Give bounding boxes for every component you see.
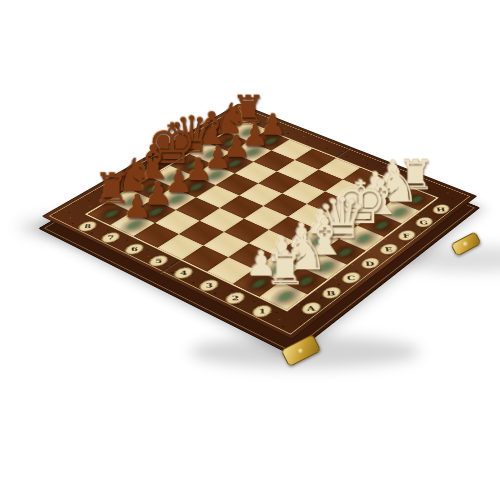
square-e4[interactable]	[263, 193, 306, 216]
square-a1[interactable]: ♜	[260, 282, 308, 310]
board-frame: ♜♞♝♚♛♝♞♜♟♟♟♟♟♟♟♟♟♟♟♟♟♟♟♟♜♞♝♛♚♝♞♜ ABCDEFG…	[42, 103, 478, 339]
piece-white-rook[interactable]: ♜	[265, 249, 306, 291]
file-label-g: G	[412, 216, 436, 230]
file-label-h: H	[429, 203, 453, 216]
file-label-e: E	[376, 242, 401, 257]
rank-label-6: 6	[121, 242, 147, 257]
file-label-f: F	[394, 229, 418, 243]
rank-label-1: 1	[249, 303, 276, 320]
file-label-b: B	[318, 285, 344, 301]
file-label-d: D	[357, 256, 382, 271]
rank-label-4: 4	[170, 265, 196, 280]
file-label-a: A	[298, 300, 325, 317]
piece-black-pawn[interactable]: ♟	[122, 192, 151, 222]
rank-label-3: 3	[196, 278, 223, 294]
file-label-c: C	[338, 270, 364, 286]
perspective-camera: ♜♞♝♚♛♝♞♜♟♟♟♟♟♟♟♟♟♟♟♟♟♟♟♟♜♞♝♛♚♝♞♜ ABCDEFG…	[0, 0, 500, 500]
chess-set-photo: ♜♞♝♚♛♝♞♜♟♟♟♟♟♟♟♟♟♟♟♟♟♟♟♟♜♞♝♛♚♝♞♜ ABCDEFG…	[0, 0, 500, 500]
board-grid: ♜♞♝♚♛♝♞♜♟♟♟♟♟♟♟♟♟♟♟♟♟♟♟♟♜♞♝♛♚♝♞♜	[85, 121, 439, 312]
chess-board: ♜♞♝♚♛♝♞♜♟♟♟♟♟♟♟♟♟♟♟♟♟♟♟♟♜♞♝♛♚♝♞♜ ABCDEFG…	[42, 103, 478, 339]
